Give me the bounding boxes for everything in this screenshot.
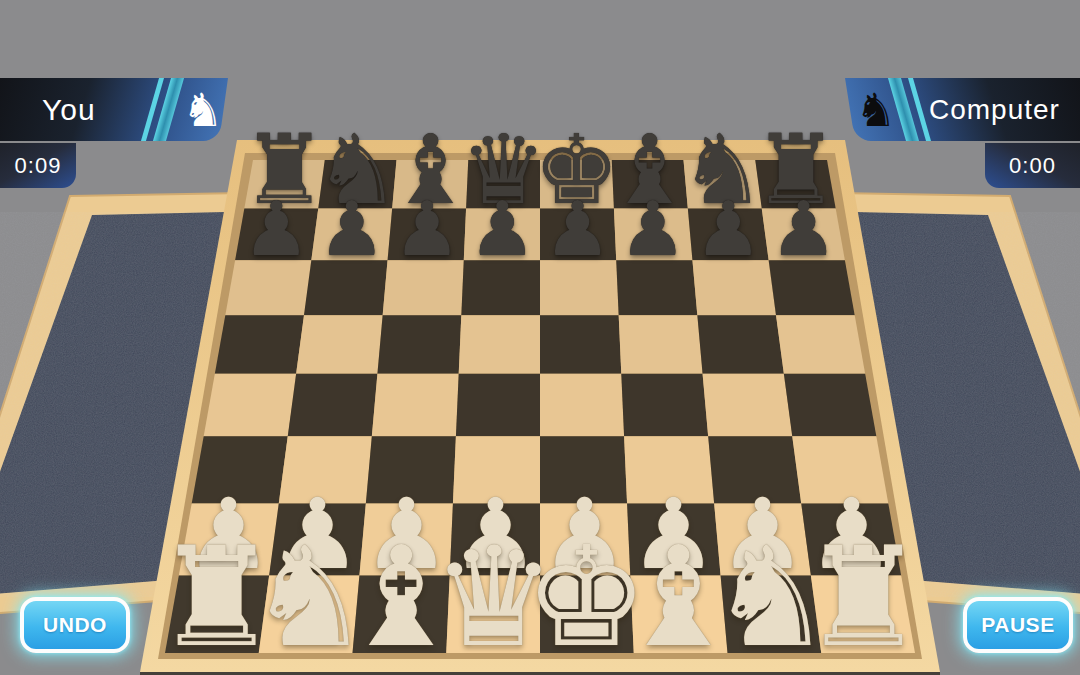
piece-black-pawn-b7[interactable]: ♟ xyxy=(318,192,386,267)
piece-black-pawn-g7[interactable]: ♟ xyxy=(694,192,762,267)
black-knight-icon: ♞ xyxy=(855,82,896,138)
white-knight-icon: ♞ xyxy=(182,82,223,138)
square-h4[interactable] xyxy=(784,374,876,437)
player-name-you: You xyxy=(42,93,96,127)
square-c5[interactable] xyxy=(377,315,461,374)
square-g5[interactable] xyxy=(697,315,784,374)
square-h5[interactable] xyxy=(776,315,865,374)
square-c4[interactable] xyxy=(372,374,459,437)
square-e4[interactable] xyxy=(540,374,624,437)
piece-black-pawn-a7[interactable]: ♟ xyxy=(243,192,311,267)
piece-black-pawn-d7[interactable]: ♟ xyxy=(469,192,537,267)
square-a5[interactable] xyxy=(215,315,304,374)
player-banner-you: You ♞ xyxy=(0,78,228,141)
square-d4[interactable] xyxy=(456,374,540,437)
piece-black-pawn-h7[interactable]: ♟ xyxy=(770,192,838,267)
piece-white-rook-h1[interactable]: ♜ xyxy=(801,529,925,667)
pause-button[interactable]: PAUSE xyxy=(963,597,1073,653)
square-a4[interactable] xyxy=(204,374,296,437)
square-b5[interactable] xyxy=(296,315,383,374)
square-b4[interactable] xyxy=(288,374,378,437)
piece-black-pawn-f7[interactable]: ♟ xyxy=(619,192,687,267)
game-scene: ♜♞♝♛♚♝♞♜♟♟♟♟♟♟♟♟♟♟♟♟♟♟♟♟♜♞♝♛♚♝♞♜ You ♞ 0… xyxy=(0,0,1080,675)
square-f5[interactable] xyxy=(619,315,703,374)
square-d5[interactable] xyxy=(459,315,540,374)
undo-button[interactable]: UNDO xyxy=(20,597,130,653)
square-e5[interactable] xyxy=(540,315,621,374)
timer-computer: 0:00 xyxy=(985,143,1080,188)
square-f4[interactable] xyxy=(621,374,708,437)
timer-you: 0:09 xyxy=(0,143,76,188)
player-banner-computer: ♞ Computer xyxy=(845,78,1080,141)
player-name-computer: Computer xyxy=(929,94,1060,126)
piece-black-pawn-c7[interactable]: ♟ xyxy=(393,192,461,267)
piece-black-pawn-e7[interactable]: ♟ xyxy=(544,192,612,267)
square-g4[interactable] xyxy=(703,374,793,437)
